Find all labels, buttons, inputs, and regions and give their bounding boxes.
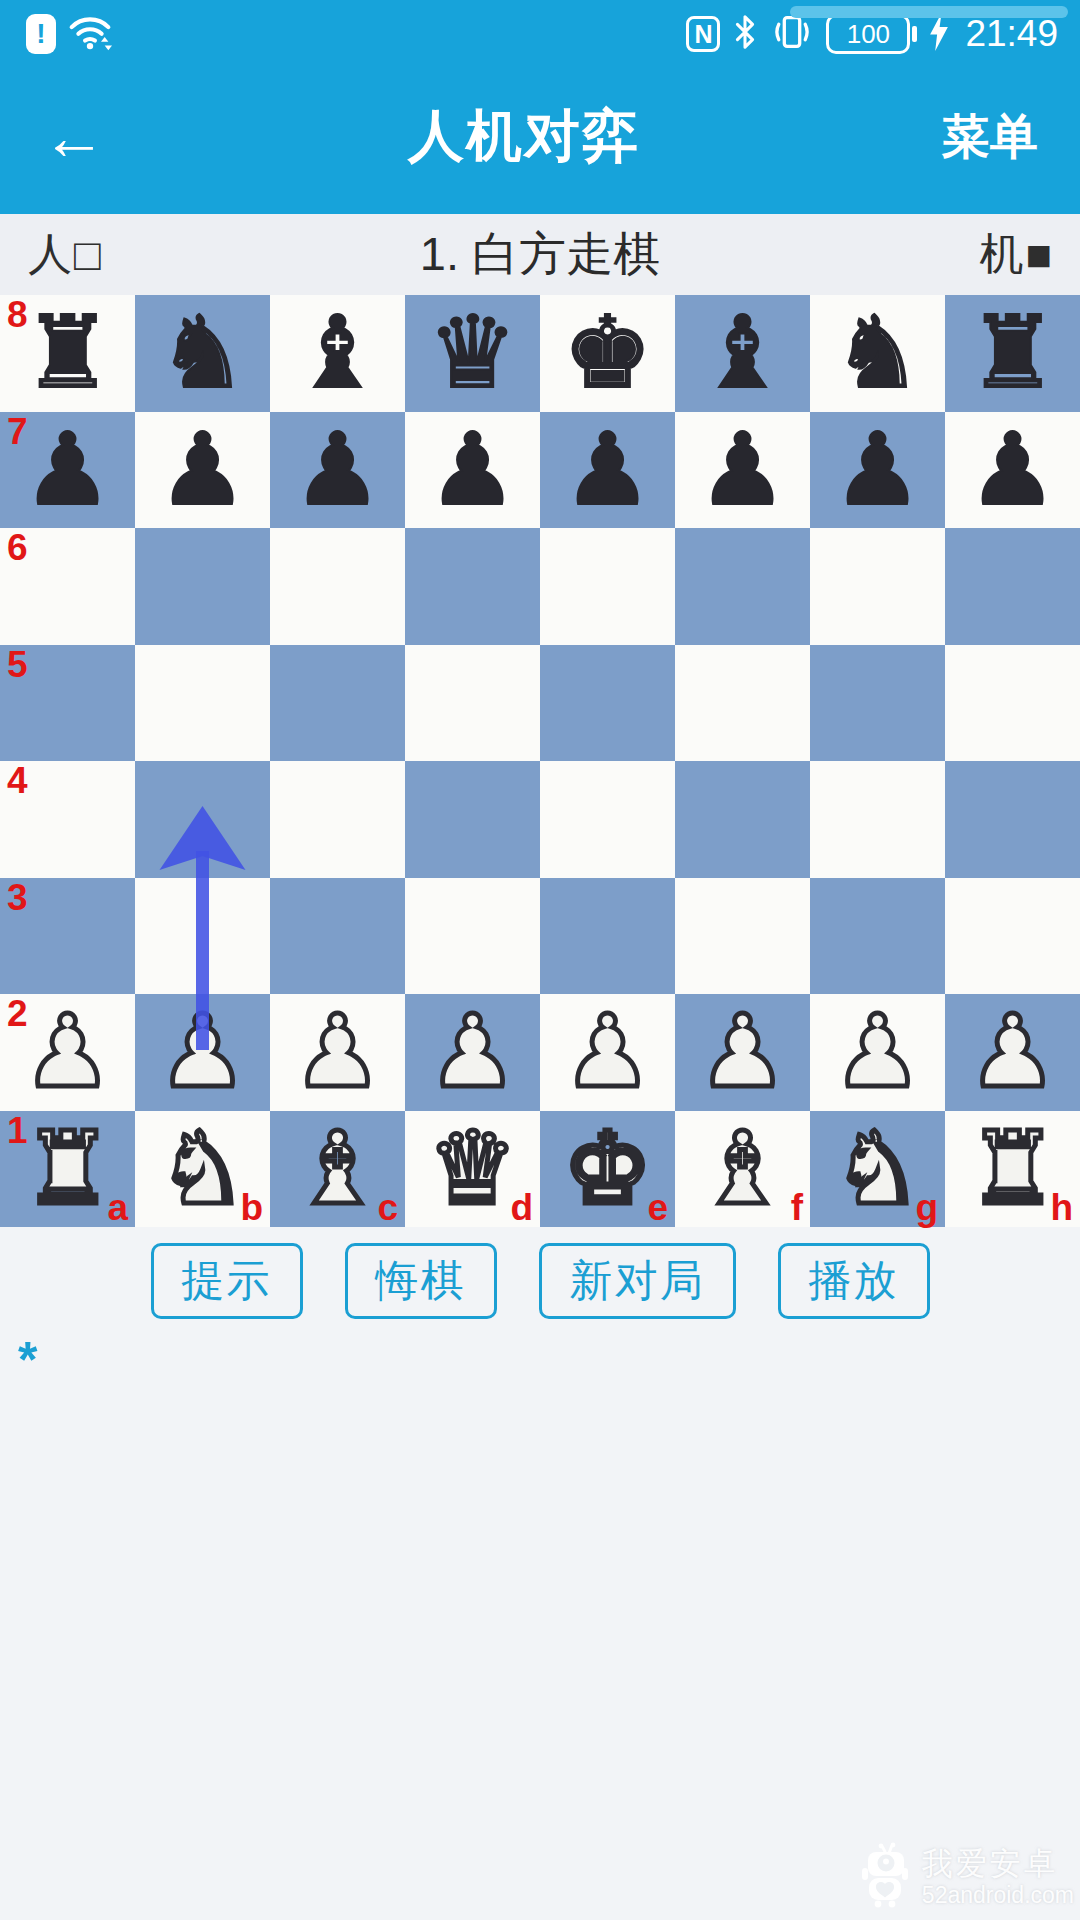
white-square-symbol: □ xyxy=(74,230,101,280)
app-bar: ← 人机对弈 菜单 xyxy=(0,60,1080,214)
square-g2[interactable]: ♟ xyxy=(810,994,945,1111)
playback-button[interactable]: 播放 xyxy=(778,1243,930,1319)
square-h2[interactable]: ♟ xyxy=(945,994,1080,1111)
black-knight: ♞ xyxy=(833,303,923,403)
rank-label-8: 8 xyxy=(7,296,28,333)
black-pawn: ♟ xyxy=(968,420,1058,520)
white-knight: ♞ xyxy=(833,1119,923,1219)
square-d5[interactable] xyxy=(405,645,540,762)
square-e2[interactable]: ♟ xyxy=(540,994,675,1111)
mascot-robot-icon xyxy=(856,1842,914,1912)
file-label-b: b xyxy=(240,1189,263,1226)
human-side-indicator: 人□ xyxy=(28,225,101,284)
square-g8[interactable]: ♞ xyxy=(810,295,945,412)
black-pawn: ♟ xyxy=(293,420,383,520)
chess-board: 8♜♞♝♛♚♝♞♜7♟♟♟♟♟♟♟♟65432♟♟♟♟♟♟♟♟1a♜b♞c♝d♛… xyxy=(0,295,1080,1227)
black-pawn: ♟ xyxy=(158,420,248,520)
square-f7[interactable]: ♟ xyxy=(675,412,810,529)
square-b2[interactable]: ♟ xyxy=(135,994,270,1111)
back-button[interactable]: ← xyxy=(42,105,106,169)
black-queen: ♛ xyxy=(428,303,518,403)
square-c4[interactable] xyxy=(270,761,405,878)
square-b3[interactable] xyxy=(135,878,270,995)
white-bishop: ♝ xyxy=(698,1119,788,1219)
wifi-icon xyxy=(68,12,112,56)
black-king: ♚ xyxy=(563,303,653,403)
rank-label-7: 7 xyxy=(7,413,28,450)
black-pawn: ♟ xyxy=(563,420,653,520)
file-label-a: a xyxy=(107,1189,128,1226)
status-bar: ! N xyxy=(0,0,1080,60)
square-g7[interactable]: ♟ xyxy=(810,412,945,529)
square-h4[interactable] xyxy=(945,761,1080,878)
notification-alert-icon: ! xyxy=(26,14,56,54)
square-d4[interactable] xyxy=(405,761,540,878)
square-d7[interactable]: ♟ xyxy=(405,412,540,529)
hint-button[interactable]: 提示 xyxy=(151,1243,303,1319)
action-button-row: 提示 悔棋 新对局 播放 xyxy=(0,1243,1080,1319)
watermark-site: 52android.com xyxy=(922,1882,1074,1908)
square-h1[interactable]: h♜ xyxy=(945,1111,1080,1228)
page-title: 人机对弈 xyxy=(408,99,640,175)
white-bishop: ♝ xyxy=(293,1119,383,1219)
white-pawn: ♟ xyxy=(698,1002,788,1102)
square-d3[interactable] xyxy=(405,878,540,995)
square-c3[interactable] xyxy=(270,878,405,995)
square-e7[interactable]: ♟ xyxy=(540,412,675,529)
square-g3[interactable] xyxy=(810,878,945,995)
square-h5[interactable] xyxy=(945,645,1080,762)
rank-label-4: 4 xyxy=(7,762,28,799)
white-pawn: ♟ xyxy=(428,1002,518,1102)
square-f8[interactable]: ♝ xyxy=(675,295,810,412)
white-knight: ♞ xyxy=(158,1119,248,1219)
square-f4[interactable] xyxy=(675,761,810,878)
square-f1[interactable]: f♝ xyxy=(675,1111,810,1228)
black-rook: ♜ xyxy=(23,303,113,403)
square-b1[interactable]: b♞ xyxy=(135,1111,270,1228)
rank-label-2: 2 xyxy=(7,995,28,1032)
black-bishop: ♝ xyxy=(698,303,788,403)
square-e3[interactable] xyxy=(540,878,675,995)
black-square-symbol: ■ xyxy=(1025,230,1052,280)
square-c8[interactable]: ♝ xyxy=(270,295,405,412)
black-bishop: ♝ xyxy=(293,303,383,403)
bluetooth-icon xyxy=(732,12,758,56)
square-g4[interactable] xyxy=(810,761,945,878)
square-a5[interactable]: 5 xyxy=(0,645,135,762)
screen: ! N xyxy=(0,0,1080,1920)
battery-tip xyxy=(912,26,917,42)
square-d8[interactable]: ♛ xyxy=(405,295,540,412)
square-e8[interactable]: ♚ xyxy=(540,295,675,412)
white-king: ♚ xyxy=(563,1119,653,1219)
new-game-button[interactable]: 新对局 xyxy=(539,1243,736,1319)
square-c7[interactable]: ♟ xyxy=(270,412,405,529)
white-pawn: ♟ xyxy=(968,1002,1058,1102)
turn-bar: 人□ 1. 白方走棋 机■ xyxy=(0,214,1080,295)
watermark: 我爱安卓 52android.com xyxy=(856,1842,1074,1912)
square-f6[interactable] xyxy=(675,528,810,645)
menu-button[interactable]: 菜单 xyxy=(942,105,1038,169)
white-pawn: ♟ xyxy=(563,1002,653,1102)
file-label-e: e xyxy=(647,1189,668,1226)
square-b4[interactable] xyxy=(135,761,270,878)
file-label-d: d xyxy=(510,1189,533,1226)
square-h6[interactable] xyxy=(945,528,1080,645)
square-h8[interactable]: ♜ xyxy=(945,295,1080,412)
square-h3[interactable] xyxy=(945,878,1080,995)
black-pawn: ♟ xyxy=(428,420,518,520)
white-pawn: ♟ xyxy=(23,1002,113,1102)
square-e1[interactable]: e♚ xyxy=(540,1111,675,1228)
square-f2[interactable]: ♟ xyxy=(675,994,810,1111)
black-pawn: ♟ xyxy=(23,420,113,520)
white-queen: ♛ xyxy=(428,1119,518,1219)
square-g5[interactable] xyxy=(810,645,945,762)
square-g1[interactable]: g♞ xyxy=(810,1111,945,1228)
clock-time: 21:49 xyxy=(965,13,1058,55)
black-rook: ♜ xyxy=(968,303,1058,403)
square-e4[interactable] xyxy=(540,761,675,878)
machine-side-indicator: 机■ xyxy=(979,225,1052,284)
white-rook: ♜ xyxy=(23,1119,113,1219)
square-c1[interactable]: c♝ xyxy=(270,1111,405,1228)
square-d6[interactable] xyxy=(405,528,540,645)
battery-icon: 100 xyxy=(826,14,917,54)
file-label-c: c xyxy=(377,1189,398,1226)
square-g6[interactable] xyxy=(810,528,945,645)
camera-notch-bar xyxy=(790,6,1068,18)
square-b8[interactable]: ♞ xyxy=(135,295,270,412)
square-d2[interactable]: ♟ xyxy=(405,994,540,1111)
move-status-text: 1. 白方走棋 xyxy=(420,223,660,286)
square-f3[interactable] xyxy=(675,878,810,995)
square-b6[interactable] xyxy=(135,528,270,645)
square-a2[interactable]: 2♟ xyxy=(0,994,135,1111)
square-e6[interactable] xyxy=(540,528,675,645)
square-a7[interactable]: 7♟ xyxy=(0,412,135,529)
white-rook: ♜ xyxy=(968,1119,1058,1219)
undo-move-button[interactable]: 悔棋 xyxy=(345,1243,497,1319)
vibrate-icon xyxy=(770,12,814,56)
square-c5[interactable] xyxy=(270,645,405,762)
rank-label-6: 6 xyxy=(7,529,28,566)
white-pawn: ♟ xyxy=(158,1002,248,1102)
white-pawn: ♟ xyxy=(293,1002,383,1102)
square-a1[interactable]: 1a♜ xyxy=(0,1111,135,1228)
black-pawn: ♟ xyxy=(833,420,923,520)
black-knight: ♞ xyxy=(158,303,248,403)
square-c6[interactable] xyxy=(270,528,405,645)
square-b7[interactable]: ♟ xyxy=(135,412,270,529)
white-pawn: ♟ xyxy=(833,1002,923,1102)
square-a3[interactable]: 3 xyxy=(0,878,135,995)
rank-label-3: 3 xyxy=(7,879,28,916)
square-h7[interactable]: ♟ xyxy=(945,412,1080,529)
square-a4[interactable]: 4 xyxy=(0,761,135,878)
square-f5[interactable] xyxy=(675,645,810,762)
file-label-g: g xyxy=(915,1189,938,1226)
square-a6[interactable]: 6 xyxy=(0,528,135,645)
black-pawn: ♟ xyxy=(698,420,788,520)
square-a8[interactable]: 8♜ xyxy=(0,295,135,412)
board-wrap: 8♜♞♝♛♚♝♞♜7♟♟♟♟♟♟♟♟65432♟♟♟♟♟♟♟♟1a♜b♞c♝d♛… xyxy=(0,295,1080,1227)
square-c2[interactable]: ♟ xyxy=(270,994,405,1111)
square-b5[interactable] xyxy=(135,645,270,762)
nfc-icon: N xyxy=(686,16,720,52)
square-e5[interactable] xyxy=(540,645,675,762)
rank-label-1: 1 xyxy=(7,1112,28,1149)
battery-level: 100 xyxy=(826,14,910,54)
move-list: * xyxy=(18,1335,1080,1385)
rank-label-5: 5 xyxy=(7,646,28,683)
charging-bolt-icon xyxy=(929,13,949,55)
watermark-name: 我爱安卓 xyxy=(922,1846,1074,1882)
square-d1[interactable]: d♛ xyxy=(405,1111,540,1228)
file-label-f: f xyxy=(791,1189,803,1226)
file-label-h: h xyxy=(1050,1189,1073,1226)
